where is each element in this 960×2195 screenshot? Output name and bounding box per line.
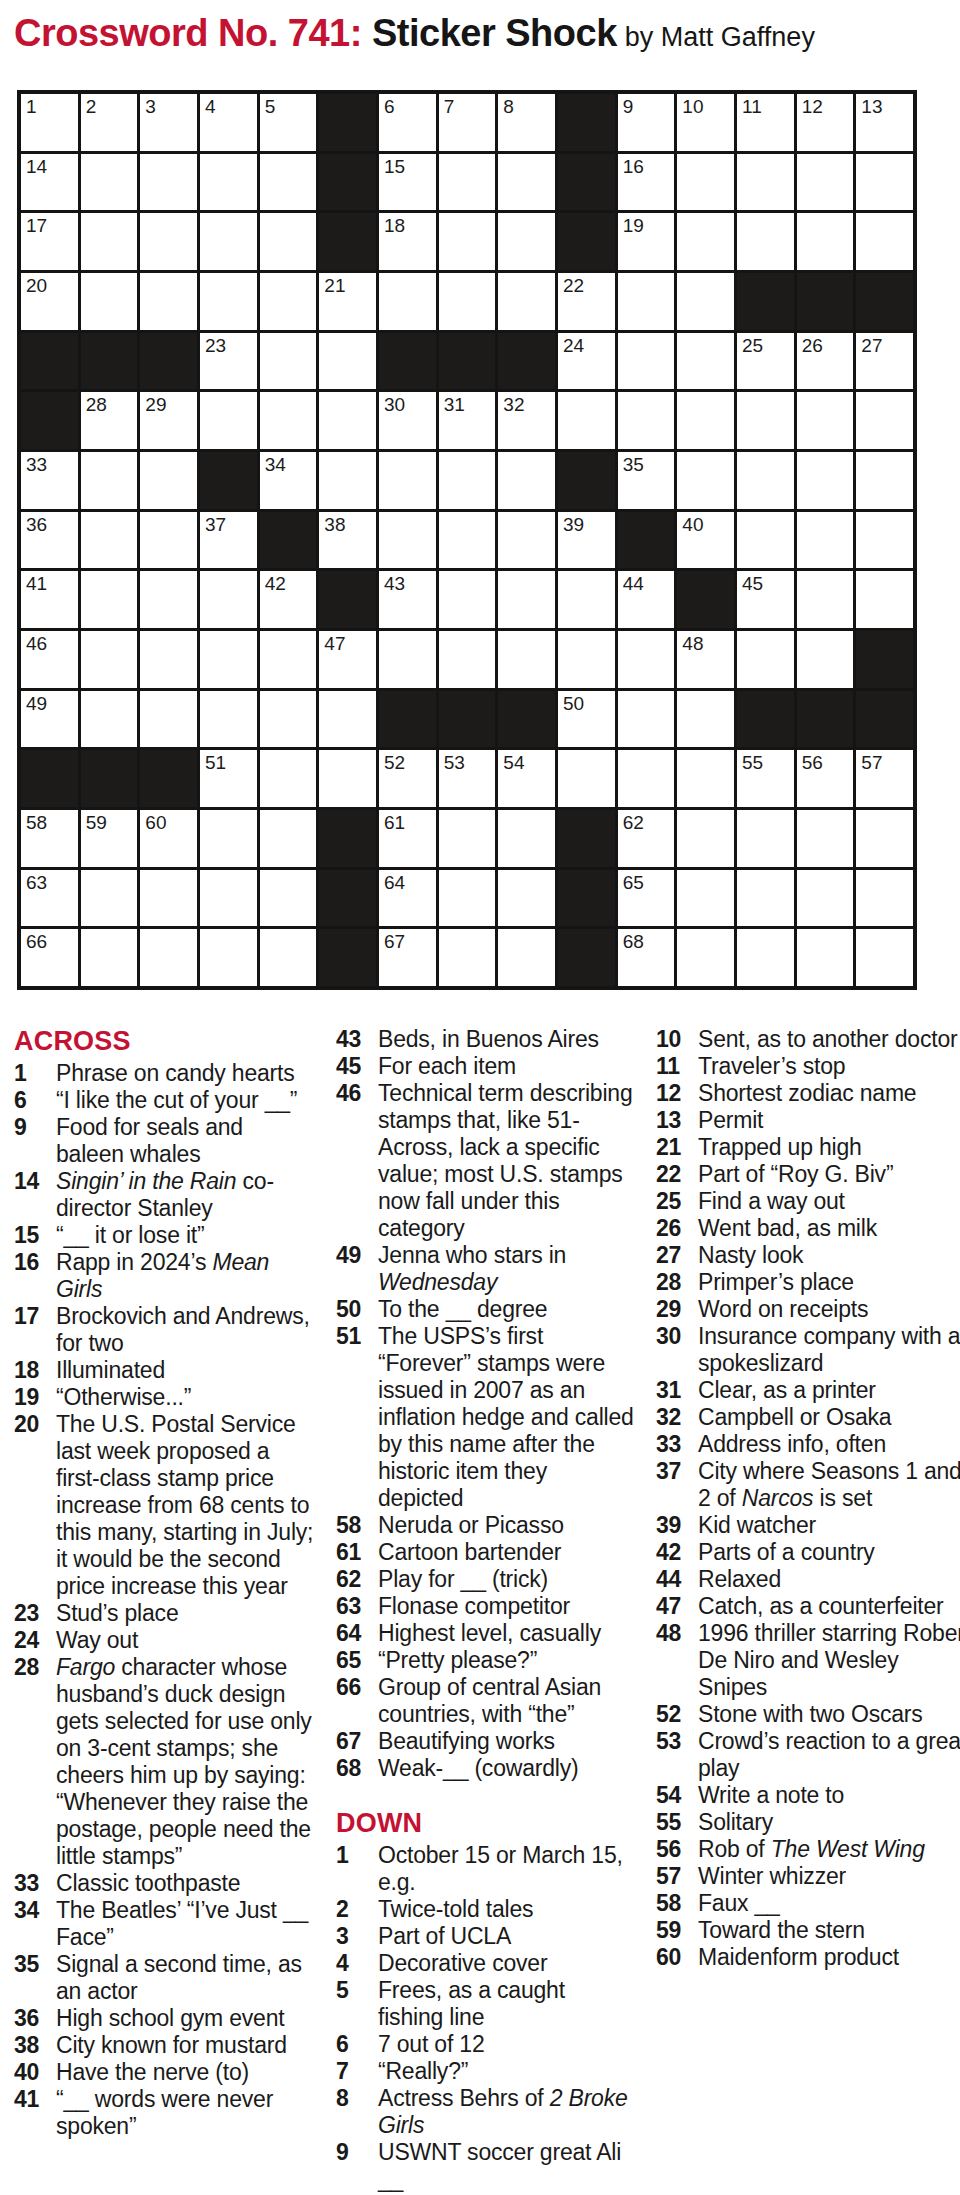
clue-text: High school gym event bbox=[56, 2005, 316, 2032]
grid-cell[interactable] bbox=[439, 512, 496, 569]
grid-cell[interactable]: 65 bbox=[618, 870, 675, 927]
clue-47-down: 47Catch, as a counterfeiter bbox=[656, 1593, 960, 1620]
grid-cell[interactable]: 20 bbox=[21, 273, 78, 330]
black-cell bbox=[439, 691, 496, 748]
grid-cell[interactable] bbox=[797, 870, 854, 927]
clue-text: Clear, as a printer bbox=[698, 1377, 960, 1404]
grid-cell[interactable]: 21 bbox=[319, 273, 376, 330]
grid-cell[interactable]: 56 bbox=[797, 750, 854, 807]
grid-cell[interactable] bbox=[81, 452, 138, 509]
grid-cell[interactable] bbox=[737, 810, 794, 867]
clue-number: 62 bbox=[336, 1566, 378, 1593]
grid-cell[interactable] bbox=[558, 392, 615, 449]
clue-text: Part of “Roy G. Biv” bbox=[698, 1161, 960, 1188]
grid-cell[interactable]: 32 bbox=[498, 392, 555, 449]
grid-cell[interactable]: 23 bbox=[200, 333, 257, 390]
clue-text: Singin’ in the Rain co-director Stanley bbox=[56, 1168, 316, 1222]
grid-cell[interactable] bbox=[498, 810, 555, 867]
grid-cell[interactable] bbox=[856, 512, 913, 569]
grid-cell[interactable]: 36 bbox=[21, 512, 78, 569]
grid-cell[interactable] bbox=[319, 333, 376, 390]
grid-cell[interactable] bbox=[558, 631, 615, 688]
grid-cell[interactable]: 46 bbox=[21, 631, 78, 688]
cell-number: 23 bbox=[205, 336, 226, 355]
clue-46-across: 46Technical term describing stamps that,… bbox=[336, 1080, 636, 1242]
black-cell bbox=[558, 94, 615, 151]
grid-cell[interactable] bbox=[379, 452, 436, 509]
cell-number: 61 bbox=[384, 813, 405, 832]
grid-cell[interactable] bbox=[439, 870, 496, 927]
grid-cell[interactable] bbox=[140, 929, 197, 986]
puzzle-number-kicker: Crossword No. 741: bbox=[14, 12, 362, 54]
grid-cell[interactable]: 27 bbox=[856, 333, 913, 390]
grid-cell[interactable]: 47 bbox=[319, 631, 376, 688]
grid-cell[interactable] bbox=[618, 333, 675, 390]
grid-cell[interactable]: 43 bbox=[379, 571, 436, 628]
grid-cell[interactable] bbox=[260, 273, 317, 330]
grid-cell[interactable]: 11 bbox=[737, 94, 794, 151]
grid-cell[interactable] bbox=[677, 452, 734, 509]
grid-cell[interactable]: 9 bbox=[618, 94, 675, 151]
down-header: DOWN bbox=[336, 1808, 636, 1838]
black-cell bbox=[140, 750, 197, 807]
cell-number: 65 bbox=[623, 873, 644, 892]
clue-number: 45 bbox=[336, 1053, 378, 1080]
cell-number: 22 bbox=[563, 276, 584, 295]
cell-number: 49 bbox=[26, 694, 47, 713]
grid-cell[interactable] bbox=[856, 870, 913, 927]
grid-cell[interactable] bbox=[81, 929, 138, 986]
clue-number: 58 bbox=[656, 1890, 698, 1917]
clue-number: 64 bbox=[336, 1620, 378, 1647]
cell-number: 5 bbox=[265, 97, 276, 116]
grid-cell[interactable]: 34 bbox=[260, 452, 317, 509]
grid-cell[interactable] bbox=[498, 929, 555, 986]
grid-cell[interactable] bbox=[140, 512, 197, 569]
cell-number: 12 bbox=[802, 97, 823, 116]
grid-cell[interactable] bbox=[439, 810, 496, 867]
grid-cell[interactable]: 1 bbox=[21, 94, 78, 151]
grid-cell[interactable] bbox=[439, 213, 496, 270]
grid-cell[interactable]: 54 bbox=[498, 750, 555, 807]
grid-cell[interactable] bbox=[498, 571, 555, 628]
cell-number: 56 bbox=[802, 753, 823, 772]
grid-cell[interactable]: 18 bbox=[379, 213, 436, 270]
clue-number: 21 bbox=[656, 1134, 698, 1161]
grid-cell[interactable] bbox=[677, 929, 734, 986]
clue-number: 24 bbox=[14, 1627, 56, 1654]
clue-number: 28 bbox=[14, 1654, 56, 1870]
grid-cell[interactable] bbox=[200, 870, 257, 927]
grid-cell[interactable]: 2 bbox=[81, 94, 138, 151]
clue-text: 1996 thriller starring Robert De Niro an… bbox=[698, 1620, 960, 1701]
grid-cell[interactable] bbox=[379, 631, 436, 688]
grid-cell[interactable]: 22 bbox=[558, 273, 615, 330]
clue-20-across: 20The U.S. Postal Service last week prop… bbox=[14, 1411, 316, 1600]
clue-19-across: 19“Otherwise...” bbox=[14, 1384, 316, 1411]
grid-cell[interactable]: 3 bbox=[140, 94, 197, 151]
grid-cell[interactable] bbox=[797, 392, 854, 449]
clue-number: 6 bbox=[14, 1087, 56, 1114]
grid-cell[interactable] bbox=[737, 154, 794, 211]
grid-cell[interactable] bbox=[260, 631, 317, 688]
grid-cell[interactable]: 40 bbox=[677, 512, 734, 569]
grid-cell[interactable]: 10 bbox=[677, 94, 734, 151]
grid-cell[interactable]: 29 bbox=[140, 392, 197, 449]
grid-cell[interactable] bbox=[200, 631, 257, 688]
cell-number: 28 bbox=[86, 395, 107, 414]
grid-cell[interactable] bbox=[81, 870, 138, 927]
grid-cell[interactable] bbox=[81, 213, 138, 270]
black-cell bbox=[319, 870, 376, 927]
grid-cell[interactable] bbox=[856, 392, 913, 449]
grid-cell[interactable] bbox=[856, 213, 913, 270]
grid-cell[interactable] bbox=[260, 929, 317, 986]
grid-cell[interactable] bbox=[677, 333, 734, 390]
grid-cell[interactable]: 63 bbox=[21, 870, 78, 927]
clue-text: “__ it or lose it” bbox=[56, 1222, 316, 1249]
grid-cell[interactable] bbox=[498, 154, 555, 211]
clue-number: 9 bbox=[14, 1114, 56, 1168]
grid-cell[interactable]: 52 bbox=[379, 750, 436, 807]
black-cell bbox=[319, 929, 376, 986]
grid-cell[interactable] bbox=[618, 631, 675, 688]
grid-cell[interactable] bbox=[737, 452, 794, 509]
grid-cell[interactable] bbox=[439, 273, 496, 330]
clue-text: Classic toothpaste bbox=[56, 1870, 316, 1897]
grid-cell[interactable] bbox=[81, 571, 138, 628]
clue-text: The Beatles’ “I’ve Just __ Face” bbox=[56, 1897, 316, 1951]
grid-cell[interactable]: 4 bbox=[200, 94, 257, 151]
grid-cell[interactable]: 48 bbox=[677, 631, 734, 688]
grid-cell[interactable] bbox=[140, 631, 197, 688]
cell-number: 21 bbox=[324, 276, 345, 295]
grid-cell[interactable]: 35 bbox=[618, 452, 675, 509]
grid-cell[interactable] bbox=[737, 213, 794, 270]
cell-number: 48 bbox=[682, 634, 703, 653]
clue-10-down: 10Sent, as to another doctor bbox=[656, 1026, 960, 1053]
grid-cell[interactable]: 31 bbox=[439, 392, 496, 449]
clue-text: Part of UCLA bbox=[378, 1923, 636, 1950]
grid-cell[interactable]: 14 bbox=[21, 154, 78, 211]
grid-cell[interactable] bbox=[677, 870, 734, 927]
clue-text: Rob of The West Wing bbox=[698, 1836, 960, 1863]
grid-cell[interactable]: 6 bbox=[379, 94, 436, 151]
grid-cell[interactable] bbox=[379, 273, 436, 330]
grid-cell[interactable]: 68 bbox=[618, 929, 675, 986]
grid-cell[interactable] bbox=[81, 154, 138, 211]
grid-cell[interactable]: 66 bbox=[21, 929, 78, 986]
grid-cell[interactable] bbox=[81, 273, 138, 330]
grid-cell[interactable] bbox=[140, 273, 197, 330]
grid-cell[interactable]: 55 bbox=[737, 750, 794, 807]
clue-number: 68 bbox=[336, 1755, 378, 1782]
grid-cell[interactable] bbox=[379, 512, 436, 569]
grid-cell[interactable] bbox=[677, 273, 734, 330]
grid-cell[interactable] bbox=[498, 870, 555, 927]
grid-cell[interactable] bbox=[200, 571, 257, 628]
grid-cell[interactable]: 12 bbox=[797, 94, 854, 151]
grid-cell[interactable]: 37 bbox=[200, 512, 257, 569]
cell-number: 42 bbox=[265, 574, 286, 593]
grid-cell[interactable] bbox=[737, 631, 794, 688]
clue-number: 58 bbox=[336, 1512, 378, 1539]
clue-number: 18 bbox=[14, 1357, 56, 1384]
grid-cell[interactable] bbox=[677, 392, 734, 449]
grid-cell[interactable] bbox=[797, 631, 854, 688]
grid-cell[interactable] bbox=[677, 750, 734, 807]
grid-cell[interactable]: 19 bbox=[618, 213, 675, 270]
clue-number: 51 bbox=[336, 1323, 378, 1512]
grid-cell[interactable] bbox=[200, 929, 257, 986]
clue-26-down: 26Went bad, as milk bbox=[656, 1215, 960, 1242]
grid-cell[interactable] bbox=[737, 392, 794, 449]
clue-text: Decorative cover bbox=[378, 1950, 636, 1977]
grid-cell[interactable]: 41 bbox=[21, 571, 78, 628]
puzzle-title: Sticker Shock bbox=[362, 12, 617, 54]
grid-cell[interactable]: 17 bbox=[21, 213, 78, 270]
grid-cell[interactable] bbox=[439, 452, 496, 509]
grid-cell[interactable] bbox=[797, 213, 854, 270]
grid-cell[interactable]: 13 bbox=[856, 94, 913, 151]
cell-number: 27 bbox=[861, 336, 882, 355]
clue-text: Address info, often bbox=[698, 1431, 960, 1458]
grid-cell[interactable] bbox=[856, 571, 913, 628]
clue-32-down: 32Campbell or Osaka bbox=[656, 1404, 960, 1431]
grid-cell[interactable] bbox=[200, 392, 257, 449]
grid-cell[interactable]: 42 bbox=[260, 571, 317, 628]
grid-cell[interactable] bbox=[498, 273, 555, 330]
clue-text: Illuminated bbox=[56, 1357, 316, 1384]
clue-2-down: 2Twice-told tales bbox=[336, 1896, 636, 1923]
grid-cell[interactable] bbox=[797, 452, 854, 509]
black-cell bbox=[677, 571, 734, 628]
grid-cell[interactable]: 45 bbox=[737, 571, 794, 628]
grid-cell[interactable] bbox=[260, 333, 317, 390]
grid-cell[interactable]: 59 bbox=[81, 810, 138, 867]
cell-number: 19 bbox=[623, 216, 644, 235]
clue-number: 3 bbox=[336, 1923, 378, 1950]
grid-cell[interactable] bbox=[319, 750, 376, 807]
clue-number: 7 bbox=[336, 2058, 378, 2085]
cell-number: 52 bbox=[384, 753, 405, 772]
grid-cell[interactable] bbox=[439, 571, 496, 628]
clue-text: Stud’s place bbox=[56, 1600, 316, 1627]
grid-cell[interactable] bbox=[498, 213, 555, 270]
grid-cell[interactable]: 64 bbox=[379, 870, 436, 927]
grid-cell[interactable] bbox=[319, 691, 376, 748]
grid-cell[interactable] bbox=[140, 691, 197, 748]
grid-cell[interactable]: 51 bbox=[200, 750, 257, 807]
clue-number: 6 bbox=[336, 2031, 378, 2058]
clue-49-across: 49Jenna who stars in Wednesday bbox=[336, 1242, 636, 1296]
cell-number: 6 bbox=[384, 97, 395, 116]
grid-cell[interactable]: 62 bbox=[618, 810, 675, 867]
grid-cell[interactable] bbox=[260, 810, 317, 867]
grid-cell[interactable]: 50 bbox=[558, 691, 615, 748]
grid-cell[interactable] bbox=[618, 691, 675, 748]
clue-number: 63 bbox=[336, 1593, 378, 1620]
grid-cell[interactable]: 24 bbox=[558, 333, 615, 390]
black-cell bbox=[558, 213, 615, 270]
clue-text: Traveler’s stop bbox=[698, 1053, 960, 1080]
clue-text: Jenna who stars in Wednesday bbox=[378, 1242, 636, 1296]
grid-cell[interactable]: 67 bbox=[379, 929, 436, 986]
cell-number: 41 bbox=[26, 574, 47, 593]
grid-cell[interactable]: 61 bbox=[379, 810, 436, 867]
grid-cell[interactable] bbox=[140, 870, 197, 927]
grid-cell[interactable] bbox=[856, 154, 913, 211]
grid-cell[interactable] bbox=[140, 154, 197, 211]
grid-cell[interactable] bbox=[200, 810, 257, 867]
grid-cell[interactable] bbox=[81, 512, 138, 569]
grid-cell[interactable]: 60 bbox=[140, 810, 197, 867]
black-cell bbox=[319, 213, 376, 270]
grid-cell[interactable] bbox=[81, 631, 138, 688]
grid-cell[interactable] bbox=[677, 810, 734, 867]
clue-24-across: 24Way out bbox=[14, 1627, 316, 1654]
clue-text: “Really?” bbox=[378, 2058, 636, 2085]
grid-cell[interactable] bbox=[498, 452, 555, 509]
clue-text: Faux __ bbox=[698, 1890, 960, 1917]
grid-cell[interactable]: 25 bbox=[737, 333, 794, 390]
clue-39-down: 39Kid watcher bbox=[656, 1512, 960, 1539]
grid-cell[interactable]: 58 bbox=[21, 810, 78, 867]
clue-text: Signal a second time, as an actor bbox=[56, 1951, 316, 2005]
grid-cell[interactable] bbox=[558, 571, 615, 628]
grid-cell[interactable] bbox=[260, 213, 317, 270]
grid-cell[interactable] bbox=[439, 154, 496, 211]
cell-number: 58 bbox=[26, 813, 47, 832]
grid-cell[interactable]: 8 bbox=[498, 94, 555, 151]
clue-number: 23 bbox=[14, 1600, 56, 1627]
grid-cell[interactable]: 15 bbox=[379, 154, 436, 211]
clue-40-across: 40Have the nerve (to) bbox=[14, 2059, 316, 2086]
grid-cell[interactable] bbox=[200, 213, 257, 270]
grid-cell[interactable] bbox=[797, 929, 854, 986]
grid-cell[interactable]: 28 bbox=[81, 392, 138, 449]
black-cell bbox=[558, 452, 615, 509]
grid-cell[interactable]: 26 bbox=[797, 333, 854, 390]
grid-cell[interactable] bbox=[81, 691, 138, 748]
clue-number: 8 bbox=[336, 2085, 378, 2139]
grid-cell[interactable] bbox=[260, 392, 317, 449]
grid-cell[interactable] bbox=[319, 392, 376, 449]
grid-cell[interactable]: 5 bbox=[260, 94, 317, 151]
grid-cell[interactable]: 16 bbox=[618, 154, 675, 211]
grid-cell[interactable] bbox=[260, 870, 317, 927]
clue-column-2: 43Beds, in Buenos Aires45For each item46… bbox=[336, 1026, 636, 2193]
grid-cell[interactable] bbox=[737, 929, 794, 986]
clue-48-down: 481996 thriller starring Robert De Niro … bbox=[656, 1620, 960, 1701]
grid-cell[interactable] bbox=[439, 929, 496, 986]
clue-text: “Otherwise...” bbox=[56, 1384, 316, 1411]
clue-text: Winter whizzer bbox=[698, 1863, 960, 1890]
grid-cell[interactable] bbox=[677, 154, 734, 211]
clue-number: 65 bbox=[336, 1647, 378, 1674]
grid-cell[interactable] bbox=[618, 392, 675, 449]
grid-cell[interactable] bbox=[200, 691, 257, 748]
grid-cell[interactable] bbox=[856, 452, 913, 509]
crossword-grid: 1234567891011121314151617181920212223242… bbox=[17, 90, 917, 990]
black-cell bbox=[558, 929, 615, 986]
clue-57-down: 57Winter whizzer bbox=[656, 1863, 960, 1890]
clue-number: 4 bbox=[336, 1950, 378, 1977]
grid-cell[interactable]: 44 bbox=[618, 571, 675, 628]
grid-cell[interactable] bbox=[200, 154, 257, 211]
grid-cell[interactable] bbox=[140, 213, 197, 270]
grid-cell[interactable] bbox=[797, 512, 854, 569]
clue-text: “Pretty please?” bbox=[378, 1647, 636, 1674]
clue-66-across: 66Group of central Asian countries, with… bbox=[336, 1674, 636, 1728]
grid-cell[interactable]: 7 bbox=[439, 94, 496, 151]
grid-cell[interactable] bbox=[200, 273, 257, 330]
grid-cell[interactable] bbox=[498, 631, 555, 688]
grid-cell[interactable] bbox=[260, 691, 317, 748]
clue-number: 2 bbox=[336, 1896, 378, 1923]
grid-cell[interactable]: 49 bbox=[21, 691, 78, 748]
grid-cell[interactable]: 30 bbox=[379, 392, 436, 449]
clue-17-across: 17Brockovich and Andrews, for two bbox=[14, 1303, 316, 1357]
cell-number: 26 bbox=[802, 336, 823, 355]
grid-cell[interactable]: 57 bbox=[856, 750, 913, 807]
cell-number: 4 bbox=[205, 97, 216, 116]
clue-7-down: 7“Really?” bbox=[336, 2058, 636, 2085]
grid-cell[interactable] bbox=[260, 154, 317, 211]
grid-cell[interactable] bbox=[558, 750, 615, 807]
black-cell bbox=[737, 691, 794, 748]
grid-cell[interactable] bbox=[618, 750, 675, 807]
grid-cell[interactable] bbox=[140, 452, 197, 509]
clue-number: 29 bbox=[656, 1296, 698, 1323]
clue-37-down: 37City where Seasons 1 and 2 of Narcos i… bbox=[656, 1458, 960, 1512]
grid-cell[interactable] bbox=[260, 750, 317, 807]
clue-4-down: 4Decorative cover bbox=[336, 1950, 636, 1977]
grid-cell[interactable] bbox=[797, 571, 854, 628]
clue-text: Have the nerve (to) bbox=[56, 2059, 316, 2086]
black-cell bbox=[21, 333, 78, 390]
clue-11-down: 11Traveler’s stop bbox=[656, 1053, 960, 1080]
grid-cell[interactable]: 39 bbox=[558, 512, 615, 569]
grid-cell[interactable] bbox=[140, 571, 197, 628]
grid-cell[interactable] bbox=[797, 810, 854, 867]
clue-number: 33 bbox=[14, 1870, 56, 1897]
grid-cell[interactable] bbox=[618, 273, 675, 330]
grid-cell[interactable]: 38 bbox=[319, 512, 376, 569]
clue-number: 52 bbox=[656, 1701, 698, 1728]
clue-text: City where Seasons 1 and 2 of Narcos is … bbox=[698, 1458, 960, 1512]
grid-cell[interactable] bbox=[677, 213, 734, 270]
grid-cell[interactable] bbox=[319, 452, 376, 509]
grid-cell[interactable] bbox=[498, 512, 555, 569]
across-header: ACROSS bbox=[14, 1026, 316, 1056]
grid-cell[interactable]: 33 bbox=[21, 452, 78, 509]
clue-33-down: 33Address info, often bbox=[656, 1431, 960, 1458]
cell-number: 43 bbox=[384, 574, 405, 593]
grid-cell[interactable] bbox=[677, 691, 734, 748]
cell-number: 14 bbox=[26, 157, 47, 176]
grid-cell[interactable] bbox=[797, 154, 854, 211]
clue-number: 11 bbox=[656, 1053, 698, 1080]
grid-cell[interactable] bbox=[737, 512, 794, 569]
clue-text: Weak-__ (cowardly) bbox=[378, 1755, 636, 1782]
grid-cell[interactable] bbox=[439, 631, 496, 688]
clue-text: Flonase competitor bbox=[378, 1593, 636, 1620]
grid-cell[interactable] bbox=[856, 929, 913, 986]
grid-cell[interactable]: 53 bbox=[439, 750, 496, 807]
grid-cell[interactable] bbox=[856, 810, 913, 867]
grid-cell[interactable] bbox=[737, 870, 794, 927]
